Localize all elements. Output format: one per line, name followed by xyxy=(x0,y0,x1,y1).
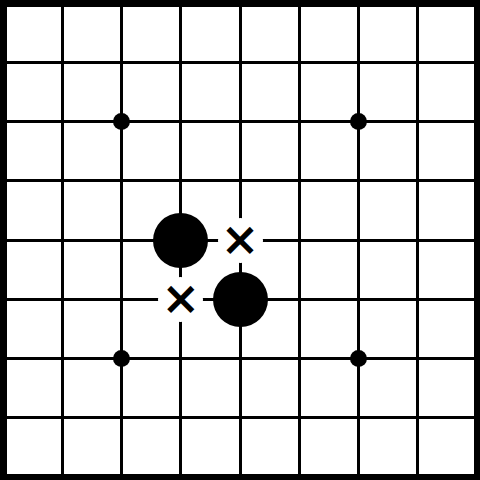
grid-line-vertical xyxy=(416,0,419,480)
grid-line-vertical xyxy=(474,0,480,480)
star-point xyxy=(113,113,130,130)
go-board[interactable]: ××●● xyxy=(0,0,480,480)
grid-line-horizontal xyxy=(0,474,480,480)
black-stone-glyph: ● xyxy=(223,279,258,319)
grid-line-horizontal xyxy=(0,357,480,360)
star-point xyxy=(113,350,130,367)
black-stone-glyph: ● xyxy=(163,220,198,260)
x-mark: × xyxy=(221,216,260,262)
black-stone[interactable]: ● xyxy=(213,272,268,327)
x-mark-halo: × xyxy=(158,277,203,322)
black-stone[interactable]: ● xyxy=(153,213,208,268)
x-mark: × xyxy=(161,275,200,321)
x-mark-halo: × xyxy=(218,218,263,263)
grid-line-vertical xyxy=(298,0,301,480)
grid-line-horizontal xyxy=(0,416,480,419)
grid-line-vertical xyxy=(357,0,360,480)
star-point xyxy=(350,113,367,130)
star-point xyxy=(350,350,367,367)
